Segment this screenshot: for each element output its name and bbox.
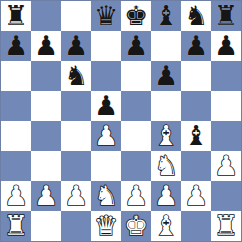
black-pawn-piece[interactable]: ♟ [34,32,58,59]
square-a8[interactable]: ♜ [1,1,31,31]
black-pawn-piece[interactable]: ♟ [64,32,88,59]
white-king-piece[interactable]: ♚ [124,212,148,239]
square-c7[interactable]: ♟ [61,31,91,61]
black-queen-piece[interactable]: ♛ [94,2,118,29]
square-b1[interactable] [31,211,61,241]
square-a6[interactable] [1,61,31,91]
square-f6[interactable]: ♟ [151,61,181,91]
white-pawn-piece[interactable]: ♟ [214,152,238,179]
square-e3[interactable] [121,151,151,181]
square-d4[interactable]: ♟ [91,121,121,151]
white-rook-piece[interactable]: ♜ [214,212,238,239]
square-g3[interactable] [181,151,211,181]
square-g7[interactable]: ♟ [181,31,211,61]
white-pawn-piece[interactable]: ♟ [94,122,118,149]
square-d5[interactable]: ♟ [91,91,121,121]
square-d3[interactable] [91,151,121,181]
chess-board: ♜♛♚♝♞♜♟♟♟♟♟♟♞♟♟♟♝♝♞♟♟♟♟♞♟♟♟♜♛♚♝♜ [0,0,242,242]
square-e5[interactable] [121,91,151,121]
square-f7[interactable] [151,31,181,61]
black-pawn-piece[interactable]: ♟ [154,62,178,89]
square-b3[interactable] [31,151,61,181]
black-rook-piece[interactable]: ♜ [214,2,238,29]
square-c3[interactable] [61,151,91,181]
square-g4[interactable]: ♝ [181,121,211,151]
square-a5[interactable] [1,91,31,121]
white-pawn-piece[interactable]: ♟ [34,182,58,209]
black-king-piece[interactable]: ♚ [124,2,148,29]
black-pawn-piece[interactable]: ♟ [184,32,208,59]
square-e1[interactable]: ♚ [121,211,151,241]
square-h1[interactable]: ♜ [211,211,241,241]
white-pawn-piece[interactable]: ♟ [64,182,88,209]
square-h7[interactable]: ♟ [211,31,241,61]
square-f5[interactable] [151,91,181,121]
white-rook-piece[interactable]: ♜ [4,212,28,239]
square-c4[interactable] [61,121,91,151]
black-knight-piece[interactable]: ♞ [184,2,208,29]
square-g1[interactable] [181,211,211,241]
white-knight-piece[interactable]: ♞ [94,182,118,209]
black-knight-piece[interactable]: ♞ [64,62,88,89]
square-a3[interactable] [1,151,31,181]
black-rook-piece[interactable]: ♜ [4,2,28,29]
square-h6[interactable] [211,61,241,91]
white-bishop-piece[interactable]: ♝ [154,212,178,239]
square-e4[interactable] [121,121,151,151]
square-f3[interactable]: ♞ [151,151,181,181]
square-a2[interactable]: ♟ [1,181,31,211]
white-bishop-piece[interactable]: ♝ [154,122,178,149]
black-pawn-piece[interactable]: ♟ [4,32,28,59]
square-a1[interactable]: ♜ [1,211,31,241]
square-a4[interactable] [1,121,31,151]
square-f8[interactable]: ♝ [151,1,181,31]
square-b6[interactable] [31,61,61,91]
square-d8[interactable]: ♛ [91,1,121,31]
square-e7[interactable]: ♟ [121,31,151,61]
white-knight-piece[interactable]: ♞ [154,152,178,179]
square-c1[interactable] [61,211,91,241]
square-b7[interactable]: ♟ [31,31,61,61]
square-b5[interactable] [31,91,61,121]
square-b8[interactable] [31,1,61,31]
square-c2[interactable]: ♟ [61,181,91,211]
square-d1[interactable]: ♛ [91,211,121,241]
white-pawn-piece[interactable]: ♟ [184,182,208,209]
square-a7[interactable]: ♟ [1,31,31,61]
square-d7[interactable] [91,31,121,61]
square-f4[interactable]: ♝ [151,121,181,151]
square-c8[interactable] [61,1,91,31]
square-g6[interactable] [181,61,211,91]
black-bishop-piece[interactable]: ♝ [154,2,178,29]
square-h5[interactable] [211,91,241,121]
white-queen-piece[interactable]: ♛ [94,212,118,239]
square-h3[interactable]: ♟ [211,151,241,181]
black-pawn-piece[interactable]: ♟ [94,92,118,119]
square-h2[interactable] [211,181,241,211]
square-e8[interactable]: ♚ [121,1,151,31]
square-e2[interactable]: ♟ [121,181,151,211]
white-pawn-piece[interactable]: ♟ [124,182,148,209]
square-d6[interactable] [91,61,121,91]
square-g5[interactable] [181,91,211,121]
square-c6[interactable]: ♞ [61,61,91,91]
square-f2[interactable]: ♟ [151,181,181,211]
black-bishop-piece[interactable]: ♝ [184,122,208,149]
square-g2[interactable]: ♟ [181,181,211,211]
square-h4[interactable] [211,121,241,151]
white-pawn-piece[interactable]: ♟ [154,182,178,209]
square-b2[interactable]: ♟ [31,181,61,211]
square-g8[interactable]: ♞ [181,1,211,31]
black-pawn-piece[interactable]: ♟ [124,32,148,59]
square-b4[interactable] [31,121,61,151]
square-d2[interactable]: ♞ [91,181,121,211]
black-pawn-piece[interactable]: ♟ [214,32,238,59]
square-f1[interactable]: ♝ [151,211,181,241]
square-e6[interactable] [121,61,151,91]
white-pawn-piece[interactable]: ♟ [4,182,28,209]
square-c5[interactable] [61,91,91,121]
square-h8[interactable]: ♜ [211,1,241,31]
